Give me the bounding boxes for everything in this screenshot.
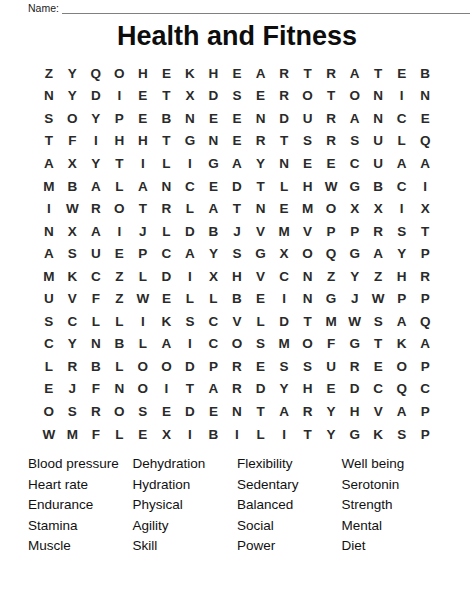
grid-cell[interactable]: A [249, 62, 273, 85]
grid-cell[interactable]: N [249, 107, 273, 130]
grid-cell[interactable]: I [413, 175, 437, 198]
grid-cell[interactable]: T [296, 423, 320, 446]
grid-cell[interactable]: A [202, 197, 226, 220]
grid-cell[interactable]: R [61, 355, 85, 378]
grid-cell[interactable]: A [413, 333, 437, 356]
grid-cell[interactable]: P [343, 220, 367, 243]
grid-cell[interactable]: L [108, 423, 132, 446]
grid-cell[interactable]: N [84, 333, 108, 356]
grid-cell[interactable]: R [84, 197, 108, 220]
grid-cell[interactable]: G [343, 333, 367, 356]
grid-cell[interactable]: F [84, 378, 108, 401]
grid-cell[interactable]: D [272, 310, 296, 333]
grid-cell[interactable]: H [390, 265, 414, 288]
grid-cell[interactable]: H [131, 130, 155, 153]
grid-cell[interactable]: Y [61, 333, 85, 356]
grid-cell[interactable]: S [61, 242, 85, 265]
grid-cell[interactable]: T [296, 62, 320, 85]
grid-cell[interactable]: Q [84, 62, 108, 85]
grid-cell[interactable]: K [390, 333, 414, 356]
grid-cell[interactable]: C [202, 333, 226, 356]
grid-cell[interactable]: U [366, 152, 390, 175]
grid-cell[interactable]: T [319, 85, 343, 108]
grid-cell[interactable]: T [155, 85, 179, 108]
grid-cell[interactable]: B [413, 62, 437, 85]
grid-cell[interactable]: K [178, 62, 202, 85]
grid-cell[interactable]: E [272, 197, 296, 220]
grid-cell[interactable]: A [37, 152, 61, 175]
grid-cell[interactable]: O [296, 333, 320, 356]
grid-cell[interactable]: W [37, 423, 61, 446]
grid-cell[interactable]: C [390, 107, 414, 130]
grid-cell[interactable]: X [61, 152, 85, 175]
word-list-item: Hydration [133, 475, 238, 496]
grid-cell[interactable]: R [272, 85, 296, 108]
grid-cell[interactable]: J [61, 378, 85, 401]
grid-cell[interactable]: F [84, 287, 108, 310]
grid-cell[interactable]: L [390, 130, 414, 153]
grid-cell[interactable]: E [155, 287, 179, 310]
grid-cell[interactable]: V [249, 265, 273, 288]
grid-cell[interactable]: D [249, 378, 273, 401]
grid-cell[interactable]: S [131, 400, 155, 423]
grid-cell[interactable]: L [84, 310, 108, 333]
grid-cell[interactable]: B [202, 423, 226, 446]
grid-cell[interactable]: V [249, 220, 273, 243]
grid-cell[interactable]: E [155, 62, 179, 85]
grid-cell[interactable]: I [225, 423, 249, 446]
grid-cell[interactable]: U [366, 130, 390, 153]
word-list-column: DehydrationHydrationPhysicalAgilitySkill [133, 454, 238, 557]
grid-cell[interactable]: N [108, 378, 132, 401]
grid-cell[interactable]: A [155, 333, 179, 356]
grid-cell[interactable]: E [319, 378, 343, 401]
grid-cell[interactable]: V [366, 400, 390, 423]
grid-cell[interactable]: G [343, 242, 367, 265]
grid-cell[interactable]: P [413, 423, 437, 446]
grid-cell[interactable]: T [249, 175, 273, 198]
grid-cell[interactable]: E [131, 107, 155, 130]
grid-cell[interactable]: E [249, 287, 273, 310]
grid-cell[interactable]: T [178, 378, 202, 401]
grid-cell[interactable]: D [225, 175, 249, 198]
grid-cell[interactable]: Q [413, 130, 437, 153]
grid-cell[interactable]: G [178, 130, 202, 153]
grid-cell[interactable]: A [84, 175, 108, 198]
grid-cell[interactable]: K [61, 265, 85, 288]
grid-cell[interactable]: D [178, 220, 202, 243]
grid-cell[interactable]: E [390, 62, 414, 85]
grid-cell[interactable]: E [249, 355, 273, 378]
grid-cell[interactable]: J [343, 287, 367, 310]
grid-cell[interactable]: Q [319, 242, 343, 265]
grid-cell[interactable]: P [413, 355, 437, 378]
grid-cell[interactable]: I [178, 333, 202, 356]
grid-cell[interactable]: E [225, 62, 249, 85]
grid-cell[interactable]: K [366, 423, 390, 446]
name-row: Name: [0, 0, 474, 18]
grid-cell[interactable]: A [343, 62, 367, 85]
grid-cell[interactable]: O [296, 242, 320, 265]
grid-cell[interactable]: Y [61, 62, 85, 85]
grid-cell[interactable]: V [296, 220, 320, 243]
grid-cell[interactable]: Z [319, 265, 343, 288]
grid-cell[interactable]: T [225, 197, 249, 220]
grid-cell[interactable]: E [131, 423, 155, 446]
grid-cell[interactable]: I [108, 220, 132, 243]
grid-cell[interactable]: U [319, 355, 343, 378]
grid-cell[interactable]: T [155, 130, 179, 153]
grid-cell[interactable]: T [413, 220, 437, 243]
grid-cell[interactable]: S [366, 310, 390, 333]
grid-cell[interactable]: O [131, 355, 155, 378]
grid-cell[interactable]: P [413, 400, 437, 423]
grid-cell[interactable]: E [131, 85, 155, 108]
grid-cell[interactable]: P [202, 355, 226, 378]
grid-cell[interactable]: H [225, 265, 249, 288]
grid-cell[interactable]: L [178, 197, 202, 220]
grid-cell[interactable]: Z [366, 265, 390, 288]
grid-cell[interactable]: T [37, 130, 61, 153]
grid-cell[interactable]: O [108, 400, 132, 423]
grid-cell[interactable]: P [108, 107, 132, 130]
grid-cell[interactable]: E [202, 175, 226, 198]
grid-cell[interactable]: R [319, 107, 343, 130]
grid-cell[interactable]: O [131, 378, 155, 401]
grid-cell[interactable]: I [131, 310, 155, 333]
word-list-item: Agility [133, 516, 238, 537]
grid-cell[interactable]: I [390, 197, 414, 220]
grid-cell[interactable]: B [202, 220, 226, 243]
grid-cell[interactable]: Y [84, 152, 108, 175]
grid-cell[interactable]: H [202, 62, 226, 85]
grid-cell[interactable]: M [61, 423, 85, 446]
grid-cell[interactable]: L [249, 310, 273, 333]
grid-cell[interactable]: H [131, 62, 155, 85]
grid-cell[interactable]: M [319, 310, 343, 333]
grid-cell[interactable]: E [202, 400, 226, 423]
grid-cell[interactable]: X [155, 423, 179, 446]
grid-cell[interactable]: M [272, 220, 296, 243]
grid-cell[interactable]: R [249, 130, 273, 153]
grid-cell[interactable]: E [319, 152, 343, 175]
grid-cell[interactable]: Y [319, 423, 343, 446]
grid-cell[interactable]: R [225, 355, 249, 378]
grid-cell[interactable]: S [296, 130, 320, 153]
grid-cell[interactable]: A [178, 242, 202, 265]
grid-cell[interactable]: N [413, 85, 437, 108]
grid-cell[interactable]: F [84, 423, 108, 446]
grid-cell[interactable]: F [319, 333, 343, 356]
grid-cell[interactable]: T [249, 400, 273, 423]
grid-cell[interactable]: P [131, 242, 155, 265]
grid-cell[interactable]: R [343, 355, 367, 378]
grid-cell[interactable]: W [366, 287, 390, 310]
grid-cell[interactable]: N [366, 85, 390, 108]
grid-cell[interactable]: G [202, 152, 226, 175]
grid-cell[interactable]: X [61, 220, 85, 243]
grid-cell[interactable]: C [155, 242, 179, 265]
grid-cell[interactable]: N [37, 85, 61, 108]
grid-cell[interactable]: S [296, 355, 320, 378]
grid-cell[interactable]: I [37, 197, 61, 220]
grid-cell[interactable]: T [366, 333, 390, 356]
grid-cell[interactable]: O [319, 197, 343, 220]
grid-cell[interactable]: M [296, 197, 320, 220]
grid-cell[interactable]: M [37, 265, 61, 288]
grid-cell[interactable]: G [343, 423, 367, 446]
grid-cell[interactable]: O [390, 355, 414, 378]
grid-cell[interactable]: E [249, 85, 273, 108]
grid-cell[interactable]: S [37, 310, 61, 333]
grid-cell[interactable]: R [84, 400, 108, 423]
grid-cell[interactable]: S [225, 242, 249, 265]
grid-cell[interactable]: Q [413, 310, 437, 333]
grid-cell[interactable]: Z [108, 287, 132, 310]
grid-cell[interactable]: S [343, 130, 367, 153]
grid-cell[interactable]: L [108, 355, 132, 378]
grid-cell[interactable]: X [366, 197, 390, 220]
grid-cell[interactable]: E [108, 242, 132, 265]
grid-cell[interactable]: R [155, 197, 179, 220]
grid-cell[interactable]: U [84, 242, 108, 265]
grid-cell[interactable]: N [296, 287, 320, 310]
grid-cell[interactable]: V [225, 310, 249, 333]
grid-cell[interactable]: L [155, 152, 179, 175]
grid-cell[interactable]: A [37, 242, 61, 265]
grid-cell[interactable]: Y [61, 85, 85, 108]
grid-cell[interactable]: O [296, 85, 320, 108]
grid-cell[interactable]: L [202, 287, 226, 310]
grid-cell[interactable]: U [296, 107, 320, 130]
grid-cell[interactable]: W [61, 197, 85, 220]
grid-cell[interactable]: A [390, 152, 414, 175]
grid-cell[interactable]: I [108, 85, 132, 108]
grid-cell[interactable]: X [202, 265, 226, 288]
grid-cell[interactable]: A [390, 400, 414, 423]
grid-cell[interactable]: T [272, 130, 296, 153]
grid-cell[interactable]: O [343, 85, 367, 108]
grid-cell[interactable]: E [225, 130, 249, 153]
grid-cell[interactable]: N [225, 400, 249, 423]
grid-cell[interactable]: R [272, 62, 296, 85]
grid-cell[interactable]: P [390, 287, 414, 310]
grid-cell[interactable]: B [225, 287, 249, 310]
grid-cell[interactable]: K [155, 310, 179, 333]
grid-cell[interactable]: J [131, 220, 155, 243]
grid-cell[interactable]: X [272, 242, 296, 265]
grid-cell[interactable]: A [366, 242, 390, 265]
grid-cell[interactable]: L [37, 355, 61, 378]
grid-cell[interactable]: Y [390, 242, 414, 265]
grid-cell[interactable]: N [272, 152, 296, 175]
grid-cell[interactable]: S [390, 220, 414, 243]
grid-cell[interactable]: I [178, 265, 202, 288]
grid-cell[interactable]: R [366, 220, 390, 243]
grid-cell[interactable]: S [249, 333, 273, 356]
grid-cell[interactable]: N [37, 220, 61, 243]
grid-cell[interactable]: A [84, 220, 108, 243]
grid-cell[interactable]: X [413, 197, 437, 220]
grid-cell[interactable]: L [249, 423, 273, 446]
grid-cell[interactable]: E [296, 152, 320, 175]
grid-cell[interactable]: O [108, 197, 132, 220]
grid-cell[interactable]: M [37, 175, 61, 198]
grid-cell[interactable]: L [272, 175, 296, 198]
grid-cell[interactable]: B [366, 175, 390, 198]
grid-cell[interactable]: A [225, 152, 249, 175]
word-list-column: Well beingSerotoninStrengthMentalDiet [342, 454, 447, 557]
grid-cell[interactable]: X [343, 197, 367, 220]
grid-cell[interactable]: A [272, 400, 296, 423]
grid-cell[interactable]: A [343, 107, 367, 130]
grid-cell[interactable]: W [131, 287, 155, 310]
grid-cell[interactable]: D [155, 265, 179, 288]
grid-cell[interactable]: D [178, 355, 202, 378]
grid-cell[interactable]: S [178, 310, 202, 333]
grid-cell[interactable]: I [178, 423, 202, 446]
grid-cell[interactable]: N [178, 107, 202, 130]
grid-cell[interactable]: L [155, 220, 179, 243]
grid-cell[interactable]: D [84, 85, 108, 108]
grid-cell[interactable]: A [413, 152, 437, 175]
grid-cell[interactable]: B [108, 333, 132, 356]
grid-cell[interactable]: Y [319, 400, 343, 423]
grid-cell[interactable]: T [296, 310, 320, 333]
grid-cell[interactable]: C [390, 175, 414, 198]
word-list-item: Skill [133, 536, 238, 557]
grid-cell[interactable]: D [343, 378, 367, 401]
grid-cell[interactable]: L [131, 265, 155, 288]
grid-cell[interactable]: I [155, 378, 179, 401]
grid-cell[interactable]: G [249, 242, 273, 265]
grid-cell[interactable]: C [37, 333, 61, 356]
grid-cell[interactable]: W [319, 175, 343, 198]
grid-cell[interactable]: C [61, 310, 85, 333]
grid-cell[interactable]: N [296, 265, 320, 288]
grid-cell[interactable]: C [272, 265, 296, 288]
grid-cell[interactable]: L [108, 175, 132, 198]
grid-cell[interactable]: O [155, 355, 179, 378]
grid-cell[interactable]: L [108, 310, 132, 333]
grid-cell[interactable]: E [366, 355, 390, 378]
grid-cell[interactable]: S [390, 423, 414, 446]
grid-cell[interactable]: N [202, 130, 226, 153]
grid-cell[interactable]: C [413, 378, 437, 401]
grid-cell[interactable]: S [225, 85, 249, 108]
grid-cell[interactable]: I [178, 152, 202, 175]
grid-cell[interactable]: R [319, 130, 343, 153]
grid-cell[interactable]: E [202, 107, 226, 130]
word-list-item: Dehydration [133, 454, 238, 475]
grid-cell[interactable]: C [366, 378, 390, 401]
grid-cell[interactable]: Y [202, 242, 226, 265]
grid-cell[interactable]: B [61, 175, 85, 198]
grid-cell[interactable]: L [131, 333, 155, 356]
grid-cell[interactable]: S [272, 355, 296, 378]
grid-cell[interactable]: H [343, 400, 367, 423]
grid-cell[interactable]: I [272, 423, 296, 446]
grid-cell[interactable]: V [61, 287, 85, 310]
grid-cell[interactable]: C [178, 175, 202, 198]
grid-cell[interactable]: H [108, 130, 132, 153]
grid-cell[interactable]: Y [272, 378, 296, 401]
grid-cell[interactable]: P [413, 242, 437, 265]
puzzle-title: Health and Fitness [0, 20, 474, 52]
grid-cell[interactable]: E [37, 378, 61, 401]
grid-cell[interactable]: U [37, 287, 61, 310]
word-list-item: Social [237, 516, 342, 537]
grid-cell[interactable]: H [296, 175, 320, 198]
grid-cell[interactable]: T [131, 197, 155, 220]
grid-cell[interactable]: I [390, 85, 414, 108]
grid-cell[interactable]: Y [249, 152, 273, 175]
grid-cell[interactable]: A [131, 175, 155, 198]
grid-cell[interactable]: D [272, 107, 296, 130]
grid-cell[interactable]: E [155, 400, 179, 423]
grid-cell[interactable]: N [366, 107, 390, 130]
grid-cell[interactable]: D [202, 85, 226, 108]
name-input-line[interactable] [62, 12, 470, 14]
grid-cell[interactable]: R [413, 265, 437, 288]
grid-cell[interactable]: C [84, 265, 108, 288]
grid-cell[interactable]: Z [108, 265, 132, 288]
grid-cell[interactable]: C [202, 310, 226, 333]
grid-cell[interactable]: H [296, 378, 320, 401]
grid-cell[interactable]: L [178, 287, 202, 310]
grid-cell[interactable]: R [319, 62, 343, 85]
grid-cell[interactable]: A [202, 378, 226, 401]
grid-cell[interactable]: O [61, 107, 85, 130]
grid-cell[interactable]: W [343, 310, 367, 333]
grid-cell[interactable]: N [249, 197, 273, 220]
grid-cell[interactable]: N [155, 175, 179, 198]
grid-cell[interactable]: I [131, 152, 155, 175]
grid-cell[interactable]: M [272, 333, 296, 356]
grid-cell[interactable]: C [343, 152, 367, 175]
grid-cell[interactable]: I [272, 287, 296, 310]
grid-cell[interactable]: T [108, 152, 132, 175]
grid-cell[interactable]: O [225, 333, 249, 356]
grid-cell[interactable]: P [413, 287, 437, 310]
grid-cell[interactable]: B [84, 355, 108, 378]
grid-cell[interactable]: O [108, 62, 132, 85]
grid-cell[interactable]: Q [390, 378, 414, 401]
grid-cell[interactable]: F [61, 130, 85, 153]
name-label: Name: [28, 2, 59, 14]
grid-cell[interactable]: G [319, 287, 343, 310]
grid-cell[interactable]: J [225, 220, 249, 243]
grid-cell[interactable]: S [37, 107, 61, 130]
grid-cell[interactable]: G [343, 175, 367, 198]
grid-cell[interactable]: A [390, 310, 414, 333]
grid-cell[interactable]: R [225, 378, 249, 401]
grid-cell[interactable]: P [319, 220, 343, 243]
grid-cell[interactable]: E [413, 107, 437, 130]
grid-cell[interactable]: R [296, 400, 320, 423]
grid-cell[interactable]: B [155, 107, 179, 130]
grid-cell[interactable]: T [366, 62, 390, 85]
grid-cell[interactable]: Y [343, 265, 367, 288]
grid-cell[interactable]: D [178, 400, 202, 423]
grid-cell[interactable]: E [225, 107, 249, 130]
grid-cell[interactable]: Z [37, 62, 61, 85]
grid-cell[interactable]: O [37, 400, 61, 423]
grid-cell[interactable]: Y [84, 107, 108, 130]
grid-cell[interactable]: I [84, 130, 108, 153]
grid-cell[interactable]: X [178, 85, 202, 108]
grid-cell[interactable]: S [61, 400, 85, 423]
